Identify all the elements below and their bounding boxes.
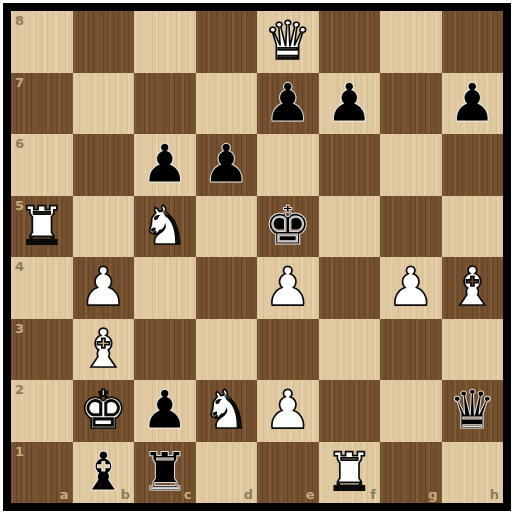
square-g2[interactable] xyxy=(380,380,442,442)
square-d2[interactable]: ♞ xyxy=(196,380,258,442)
white-pawn-e4: ♟ xyxy=(264,260,312,313)
white-bishop-b3: ♝ xyxy=(79,322,127,375)
black-pawn-c2: ♟ xyxy=(141,383,189,436)
rank-label-1: 1 xyxy=(15,445,24,458)
square-b6[interactable] xyxy=(73,134,135,196)
black-pawn-e7: ♟ xyxy=(264,76,312,129)
black-pawn-f7: ♟ xyxy=(325,76,373,129)
square-d6[interactable]: ♟ xyxy=(196,134,258,196)
square-f3[interactable] xyxy=(319,319,381,381)
square-e8[interactable]: ♛ xyxy=(257,11,319,73)
square-c8[interactable] xyxy=(134,11,196,73)
square-d7[interactable] xyxy=(196,73,258,135)
square-h4[interactable]: ♝ xyxy=(442,257,504,319)
square-e3[interactable] xyxy=(257,319,319,381)
square-a8[interactable]: 8 xyxy=(11,11,73,73)
square-h2[interactable]: ♛ xyxy=(442,380,504,442)
rank-label-2: 2 xyxy=(15,383,24,396)
file-label-d: d xyxy=(244,488,253,501)
square-f5[interactable] xyxy=(319,196,381,258)
square-e5[interactable]: ♚ xyxy=(257,196,319,258)
square-g3[interactable] xyxy=(380,319,442,381)
square-g7[interactable] xyxy=(380,73,442,135)
square-b7[interactable] xyxy=(73,73,135,135)
black-bishop-b1: ♝ xyxy=(79,445,127,498)
square-a6[interactable]: 6 xyxy=(11,134,73,196)
file-label-e: e xyxy=(306,488,315,501)
square-g8[interactable] xyxy=(380,11,442,73)
rank-label-6: 6 xyxy=(15,137,24,150)
square-a7[interactable]: 7 xyxy=(11,73,73,135)
square-b8[interactable] xyxy=(73,11,135,73)
square-c4[interactable] xyxy=(134,257,196,319)
square-c2[interactable]: ♟ xyxy=(134,380,196,442)
rank-label-3: 3 xyxy=(15,322,24,335)
square-c5[interactable]: ♞ xyxy=(134,196,196,258)
square-h6[interactable] xyxy=(442,134,504,196)
black-rook-c1: ♜ xyxy=(141,445,189,498)
square-b5[interactable] xyxy=(73,196,135,258)
square-e4[interactable]: ♟ xyxy=(257,257,319,319)
square-f1[interactable]: f♜ xyxy=(319,442,381,504)
square-f8[interactable] xyxy=(319,11,381,73)
rank-label-4: 4 xyxy=(15,260,24,273)
board-outer-frame: 8♛7♟♟♟6♟♟5♜♞♚4♟♟♟♝3♝2♚♟♞♟♛1ab♝c♜def♜gh xyxy=(0,0,514,514)
square-c6[interactable]: ♟ xyxy=(134,134,196,196)
square-g4[interactable]: ♟ xyxy=(380,257,442,319)
square-a4[interactable]: 4 xyxy=(11,257,73,319)
black-queen-h2: ♛ xyxy=(448,383,496,436)
white-pawn-g4: ♟ xyxy=(387,260,435,313)
square-b3[interactable]: ♝ xyxy=(73,319,135,381)
square-b4[interactable]: ♟ xyxy=(73,257,135,319)
square-d5[interactable] xyxy=(196,196,258,258)
square-b1[interactable]: b♝ xyxy=(73,442,135,504)
square-h3[interactable] xyxy=(442,319,504,381)
square-f2[interactable] xyxy=(319,380,381,442)
black-king-e5: ♚ xyxy=(264,199,312,252)
square-c3[interactable] xyxy=(134,319,196,381)
rank-label-7: 7 xyxy=(15,76,24,89)
square-a1[interactable]: 1a xyxy=(11,442,73,504)
square-e2[interactable]: ♟ xyxy=(257,380,319,442)
white-pawn-b4: ♟ xyxy=(79,260,127,313)
chessboard: 8♛7♟♟♟6♟♟5♜♞♚4♟♟♟♝3♝2♚♟♞♟♛1ab♝c♜def♜gh xyxy=(3,3,511,511)
white-queen-e8: ♛ xyxy=(264,14,312,67)
square-e6[interactable] xyxy=(257,134,319,196)
square-f7[interactable]: ♟ xyxy=(319,73,381,135)
square-h5[interactable] xyxy=(442,196,504,258)
square-h8[interactable] xyxy=(442,11,504,73)
white-pawn-e2: ♟ xyxy=(264,383,312,436)
file-label-g: g xyxy=(428,488,437,501)
square-h1[interactable]: h xyxy=(442,442,504,504)
square-d4[interactable] xyxy=(196,257,258,319)
square-a3[interactable]: 3 xyxy=(11,319,73,381)
square-f6[interactable] xyxy=(319,134,381,196)
white-knight-d2: ♞ xyxy=(202,383,250,436)
white-knight-c5: ♞ xyxy=(141,199,189,252)
rank-label-8: 8 xyxy=(15,14,24,27)
square-c7[interactable] xyxy=(134,73,196,135)
square-d3[interactable] xyxy=(196,319,258,381)
white-rook-a5: ♜ xyxy=(18,199,66,252)
square-a2[interactable]: 2 xyxy=(11,380,73,442)
square-e7[interactable]: ♟ xyxy=(257,73,319,135)
square-g6[interactable] xyxy=(380,134,442,196)
white-bishop-h4: ♝ xyxy=(448,260,496,313)
square-g5[interactable] xyxy=(380,196,442,258)
file-label-a: a xyxy=(60,488,69,501)
square-a5[interactable]: 5♜ xyxy=(11,196,73,258)
square-e1[interactable]: e xyxy=(257,442,319,504)
square-h7[interactable]: ♟ xyxy=(442,73,504,135)
square-b2[interactable]: ♚ xyxy=(73,380,135,442)
square-d8[interactable] xyxy=(196,11,258,73)
square-g1[interactable]: g xyxy=(380,442,442,504)
square-f4[interactable] xyxy=(319,257,381,319)
file-label-h: h xyxy=(490,488,499,501)
white-rook-f1: ♜ xyxy=(325,445,373,498)
black-pawn-c6: ♟ xyxy=(141,137,189,190)
square-c1[interactable]: c♜ xyxy=(134,442,196,504)
square-d1[interactable]: d xyxy=(196,442,258,504)
white-king-b2: ♚ xyxy=(79,383,127,436)
black-pawn-h7: ♟ xyxy=(448,76,496,129)
black-pawn-d6: ♟ xyxy=(202,137,250,190)
